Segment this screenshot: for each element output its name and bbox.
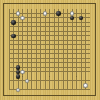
black-stone — [16, 74, 20, 78]
black-stone — [70, 16, 74, 20]
board-intersection[interactable] — [25, 79, 30, 84]
board-intersection[interactable] — [83, 83, 88, 88]
board-intersection[interactable] — [11, 34, 16, 39]
go-board[interactable] — [0, 0, 100, 100]
black-stone — [79, 16, 83, 20]
white-stone — [83, 83, 87, 87]
white-stone — [25, 79, 29, 83]
board-intersection[interactable] — [16, 88, 21, 93]
stones-layer[interactable] — [7, 7, 93, 93]
board-intersection[interactable] — [70, 16, 75, 21]
board-intersection[interactable] — [20, 16, 25, 21]
white-stone — [20, 16, 24, 20]
black-stone — [56, 11, 60, 15]
board-intersection[interactable] — [11, 20, 16, 25]
white-stone — [20, 70, 24, 74]
board-intersection[interactable] — [79, 16, 84, 21]
board-intersection[interactable] — [43, 11, 48, 16]
white-stone — [16, 88, 20, 92]
black-stone — [11, 20, 15, 24]
white-stone — [43, 11, 47, 15]
black-stone — [11, 34, 15, 38]
board-intersection[interactable] — [20, 70, 25, 75]
board-intersection[interactable] — [56, 11, 61, 16]
board-intersection[interactable] — [16, 74, 21, 79]
